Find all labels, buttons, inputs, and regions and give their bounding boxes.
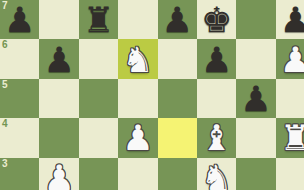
rank-label-3: 3 [2, 159, 8, 169]
rank-label-4: 4 [2, 119, 8, 129]
square-h4[interactable]: ♜ [276, 118, 304, 157]
square-g5[interactable]: ♟ [236, 79, 275, 118]
piece-black-pawn-f6[interactable]: ♟ [201, 43, 232, 78]
rank-label-5: 5 [2, 80, 8, 90]
chess-board: 7♟♜♟♚♟6♟♞♟♟5♟4♟♝♜3♟♞ [0, 0, 304, 190]
piece-white-knight-d6[interactable]: ♞ [122, 43, 153, 78]
piece-white-pawn-h6[interactable]: ♟ [280, 43, 304, 78]
square-a3[interactable]: 3 [0, 158, 39, 190]
piece-white-bishop-f4[interactable]: ♝ [201, 121, 232, 156]
piece-black-pawn-b6[interactable]: ♟ [43, 43, 74, 78]
square-b4[interactable] [39, 118, 78, 157]
square-f4[interactable]: ♝ [197, 118, 236, 157]
square-e7[interactable]: ♟ [158, 0, 197, 39]
board-grid: 7♟♜♟♚♟6♟♞♟♟5♟4♟♝♜3♟♞ [0, 0, 304, 190]
square-e4[interactable] [158, 118, 197, 157]
square-g6[interactable] [236, 39, 275, 78]
square-g4[interactable] [236, 118, 275, 157]
square-f7[interactable]: ♚ [197, 0, 236, 39]
square-h5[interactable] [276, 79, 304, 118]
square-e5[interactable] [158, 79, 197, 118]
square-b7[interactable] [39, 0, 78, 39]
piece-black-rook-c7[interactable]: ♜ [83, 3, 114, 38]
piece-black-pawn-a7[interactable]: ♟ [4, 3, 35, 38]
square-a7[interactable]: 7♟ [0, 0, 39, 39]
piece-black-king-f7[interactable]: ♚ [201, 3, 232, 38]
square-d3[interactable] [118, 158, 157, 190]
square-b3[interactable]: ♟ [39, 158, 78, 190]
square-a4[interactable]: 4 [0, 118, 39, 157]
square-d7[interactable] [118, 0, 157, 39]
square-b6[interactable]: ♟ [39, 39, 78, 78]
rank-label-6: 6 [2, 40, 8, 50]
piece-white-pawn-d4[interactable]: ♟ [122, 121, 153, 156]
square-d4[interactable]: ♟ [118, 118, 157, 157]
square-c7[interactable]: ♜ [79, 0, 118, 39]
square-c6[interactable] [79, 39, 118, 78]
square-d5[interactable] [118, 79, 157, 118]
piece-black-pawn-e7[interactable]: ♟ [162, 3, 193, 38]
square-c3[interactable] [79, 158, 118, 190]
square-g7[interactable] [236, 0, 275, 39]
square-f5[interactable] [197, 79, 236, 118]
square-g3[interactable] [236, 158, 275, 190]
square-h6[interactable]: ♟ [276, 39, 304, 78]
square-f6[interactable]: ♟ [197, 39, 236, 78]
square-e3[interactable] [158, 158, 197, 190]
piece-black-pawn-h7[interactable]: ♟ [280, 3, 304, 38]
square-c4[interactable] [79, 118, 118, 157]
piece-white-knight-f3[interactable]: ♞ [201, 161, 232, 190]
square-e6[interactable] [158, 39, 197, 78]
piece-black-pawn-g5[interactable]: ♟ [240, 82, 271, 117]
square-d6[interactable]: ♞ [118, 39, 157, 78]
square-c5[interactable] [79, 79, 118, 118]
piece-white-rook-h4[interactable]: ♜ [280, 121, 304, 156]
square-a5[interactable]: 5 [0, 79, 39, 118]
square-b5[interactable] [39, 79, 78, 118]
square-a6[interactable]: 6 [0, 39, 39, 78]
piece-white-pawn-b3[interactable]: ♟ [43, 161, 74, 190]
square-h3[interactable] [276, 158, 304, 190]
square-h7[interactable]: ♟ [276, 0, 304, 39]
square-f3[interactable]: ♞ [197, 158, 236, 190]
